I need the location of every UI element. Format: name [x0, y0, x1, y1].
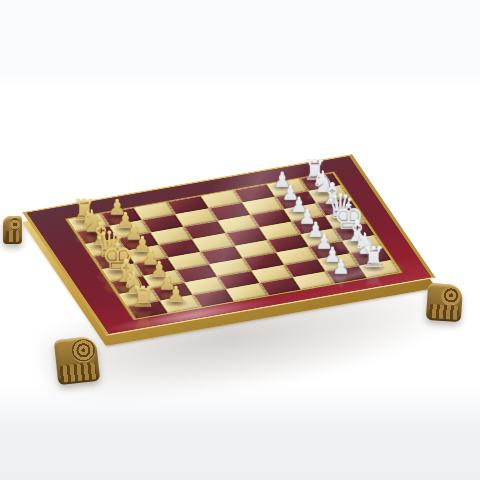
corner-foot-right [426, 283, 463, 322]
corner-foot-left [3, 216, 22, 244]
chess-set-photo: ♜♜♞♞♝♝♛♛♚♚♝♝♞♞♜♜♟♟♟♟♟♟♟♟♟♟♟♟♟♟♟♟♟♟♟♟♟♟♟♟… [0, 0, 480, 480]
corner-foot-near [54, 336, 100, 385]
